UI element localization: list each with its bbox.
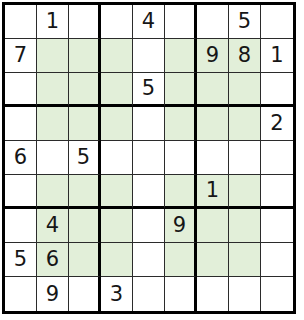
cell-r8c6[interactable] <box>165 243 197 277</box>
cell-r7c8[interactable] <box>229 209 261 243</box>
cell-r1c8[interactable]: 5 <box>229 5 261 39</box>
cell-r4c9[interactable]: 2 <box>261 107 293 141</box>
cell-r5c9[interactable] <box>261 141 293 175</box>
cell-r1c9[interactable] <box>261 5 293 39</box>
cell-r9c9[interactable] <box>261 277 293 311</box>
cell-r3c4[interactable] <box>101 73 133 107</box>
cell-r8c4[interactable] <box>101 243 133 277</box>
cell-r5c7[interactable] <box>197 141 229 175</box>
cell-r3c5[interactable]: 5 <box>133 73 165 107</box>
cell-r5c4[interactable] <box>101 141 133 175</box>
cell-r4c7[interactable] <box>197 107 229 141</box>
cell-r4c8[interactable] <box>229 107 261 141</box>
cell-r4c3[interactable] <box>69 107 101 141</box>
cell-r5c8[interactable] <box>229 141 261 175</box>
cell-r2c3[interactable] <box>69 39 101 73</box>
cell-r8c8[interactable] <box>229 243 261 277</box>
cell-r4c6[interactable] <box>165 107 197 141</box>
cell-r3c3[interactable] <box>69 73 101 107</box>
cell-r6c1[interactable] <box>5 175 37 209</box>
cell-r5c3[interactable]: 5 <box>69 141 101 175</box>
cell-r9c8[interactable] <box>229 277 261 311</box>
cell-r9c5[interactable] <box>133 277 165 311</box>
cell-r2c2[interactable] <box>37 39 69 73</box>
cell-r1c5[interactable]: 4 <box>133 5 165 39</box>
cell-r4c2[interactable] <box>37 107 69 141</box>
cell-r4c1[interactable] <box>5 107 37 141</box>
page: 145798152651495693 <box>0 0 304 314</box>
cell-r7c4[interactable] <box>101 209 133 243</box>
cell-r1c3[interactable] <box>69 5 101 39</box>
cell-r8c9[interactable] <box>261 243 293 277</box>
cell-r7c3[interactable] <box>69 209 101 243</box>
cell-r6c8[interactable] <box>229 175 261 209</box>
cell-r2c4[interactable] <box>101 39 133 73</box>
cell-r1c7[interactable] <box>197 5 229 39</box>
cell-r3c6[interactable] <box>165 73 197 107</box>
cell-r7c6[interactable]: 9 <box>165 209 197 243</box>
cell-r1c2[interactable]: 1 <box>37 5 69 39</box>
cell-r8c3[interactable] <box>69 243 101 277</box>
cell-r3c2[interactable] <box>37 73 69 107</box>
cell-r6c6[interactable] <box>165 175 197 209</box>
cell-r3c7[interactable] <box>197 73 229 107</box>
cell-r9c6[interactable] <box>165 277 197 311</box>
cell-r9c2[interactable]: 9 <box>37 277 69 311</box>
cell-r8c1[interactable]: 5 <box>5 243 37 277</box>
cell-r5c5[interactable] <box>133 141 165 175</box>
cell-r7c1[interactable] <box>5 209 37 243</box>
cell-r6c7[interactable]: 1 <box>197 175 229 209</box>
cell-r4c5[interactable] <box>133 107 165 141</box>
cell-r8c2[interactable]: 6 <box>37 243 69 277</box>
cell-r1c6[interactable] <box>165 5 197 39</box>
cell-r6c4[interactable] <box>101 175 133 209</box>
cell-r2c9[interactable]: 1 <box>261 39 293 73</box>
cell-r9c1[interactable] <box>5 277 37 311</box>
cell-r7c2[interactable]: 4 <box>37 209 69 243</box>
cell-r2c1[interactable]: 7 <box>5 39 37 73</box>
cell-r5c1[interactable]: 6 <box>5 141 37 175</box>
cell-r8c7[interactable] <box>197 243 229 277</box>
cell-r3c8[interactable] <box>229 73 261 107</box>
cell-r1c1[interactable] <box>5 5 37 39</box>
cell-r1c4[interactable] <box>101 5 133 39</box>
cell-r2c8[interactable]: 8 <box>229 39 261 73</box>
cell-r3c9[interactable] <box>261 73 293 107</box>
cell-r7c7[interactable] <box>197 209 229 243</box>
cell-r4c4[interactable] <box>101 107 133 141</box>
cell-r7c9[interactable] <box>261 209 293 243</box>
cell-r8c5[interactable] <box>133 243 165 277</box>
cell-r5c6[interactable] <box>165 141 197 175</box>
cell-r6c9[interactable] <box>261 175 293 209</box>
cell-r2c6[interactable] <box>165 39 197 73</box>
cell-r6c5[interactable] <box>133 175 165 209</box>
cell-r9c4[interactable]: 3 <box>101 277 133 311</box>
cell-r6c2[interactable] <box>37 175 69 209</box>
cell-r7c5[interactable] <box>133 209 165 243</box>
cell-r3c1[interactable] <box>5 73 37 107</box>
cell-r6c3[interactable] <box>69 175 101 209</box>
cell-r2c7[interactable]: 9 <box>197 39 229 73</box>
cell-r9c3[interactable] <box>69 277 101 311</box>
sudoku-board: 145798152651495693 <box>2 2 296 314</box>
cell-r9c7[interactable] <box>197 277 229 311</box>
cell-r2c5[interactable] <box>133 39 165 73</box>
cell-r5c2[interactable] <box>37 141 69 175</box>
